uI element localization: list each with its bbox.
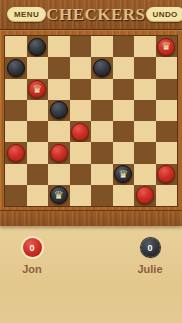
square-0-4[interactable]: [91, 36, 113, 57]
top-bar: MENU CHECKERS UNDO: [0, 0, 182, 30]
square-2-0[interactable]: [5, 79, 27, 100]
square-0-5[interactable]: [113, 36, 135, 57]
black-man-piece[interactable]: [50, 101, 68, 119]
red-man-piece[interactable]: [71, 123, 89, 141]
crown-icon: ♛: [118, 169, 128, 180]
square-1-2[interactable]: [48, 57, 70, 78]
square-1-0[interactable]: [5, 57, 27, 78]
square-3-7[interactable]: [156, 100, 178, 121]
square-1-3[interactable]: [70, 57, 92, 78]
player-red: 0 Jon: [12, 238, 52, 323]
square-7-3[interactable]: [70, 185, 92, 206]
red-king-piece[interactable]: ♛: [157, 38, 175, 56]
red-king-piece[interactable]: ♛: [28, 80, 46, 98]
square-0-7[interactable]: ♛: [156, 36, 178, 57]
square-6-6[interactable]: [134, 164, 156, 185]
square-6-2[interactable]: [48, 164, 70, 185]
black-player-name: Julie: [130, 263, 170, 275]
square-0-2[interactable]: [48, 36, 70, 57]
square-6-4[interactable]: [91, 164, 113, 185]
square-4-4[interactable]: [91, 121, 113, 142]
square-3-3[interactable]: [70, 100, 92, 121]
square-1-7[interactable]: [156, 57, 178, 78]
square-7-4[interactable]: [91, 185, 113, 206]
black-man-piece[interactable]: [28, 38, 46, 56]
red-player-name: Jon: [12, 263, 52, 275]
player-black: 0 Julie: [130, 238, 170, 323]
square-2-6[interactable]: [134, 79, 156, 100]
square-7-6[interactable]: [134, 185, 156, 206]
square-3-2[interactable]: [48, 100, 70, 121]
square-5-0[interactable]: [5, 142, 27, 163]
crown-icon: ♛: [32, 84, 42, 95]
square-7-5[interactable]: [113, 185, 135, 206]
black-king-piece[interactable]: ♛: [50, 186, 68, 204]
square-0-6[interactable]: [134, 36, 156, 57]
square-6-0[interactable]: [5, 164, 27, 185]
square-0-0[interactable]: [5, 36, 27, 57]
square-3-5[interactable]: [113, 100, 135, 121]
square-3-1[interactable]: [27, 100, 49, 121]
square-6-7[interactable]: [156, 164, 178, 185]
square-7-2[interactable]: ♛: [48, 185, 70, 206]
undo-button[interactable]: UNDO: [146, 7, 182, 22]
square-2-2[interactable]: [48, 79, 70, 100]
square-3-6[interactable]: [134, 100, 156, 121]
page-title: CHECKERS: [46, 5, 145, 25]
square-4-6[interactable]: [134, 121, 156, 142]
red-score: 0: [29, 243, 34, 253]
square-7-7[interactable]: [156, 185, 178, 206]
square-5-4[interactable]: [91, 142, 113, 163]
board-grid: ♛♛♛♛: [4, 35, 178, 207]
square-5-2[interactable]: [48, 142, 70, 163]
menu-button[interactable]: MENU: [7, 7, 46, 22]
square-5-7[interactable]: [156, 142, 178, 163]
square-4-0[interactable]: [5, 121, 27, 142]
red-man-piece[interactable]: [50, 144, 68, 162]
square-2-7[interactable]: [156, 79, 178, 100]
square-3-0[interactable]: [5, 100, 27, 121]
square-1-5[interactable]: [113, 57, 135, 78]
red-man-piece[interactable]: [136, 186, 154, 204]
square-7-0[interactable]: [5, 185, 27, 206]
square-2-4[interactable]: [91, 79, 113, 100]
square-4-3[interactable]: [70, 121, 92, 142]
square-2-3[interactable]: [70, 79, 92, 100]
black-king-piece[interactable]: ♛: [114, 165, 132, 183]
square-6-5[interactable]: ♛: [113, 164, 135, 185]
square-1-6[interactable]: [134, 57, 156, 78]
square-1-4[interactable]: [91, 57, 113, 78]
red-man-piece[interactable]: [7, 144, 25, 162]
square-1-1[interactable]: [27, 57, 49, 78]
square-5-1[interactable]: [27, 142, 49, 163]
crown-icon: ♛: [161, 41, 171, 52]
black-score-chip: 0: [141, 238, 160, 257]
square-0-1[interactable]: [27, 36, 49, 57]
crown-icon: ♛: [54, 190, 64, 201]
square-5-6[interactable]: [134, 142, 156, 163]
square-4-2[interactable]: [48, 121, 70, 142]
board-frame: ♛♛♛♛: [0, 30, 182, 210]
black-man-piece[interactable]: [7, 59, 25, 77]
square-4-5[interactable]: [113, 121, 135, 142]
square-7-1[interactable]: [27, 185, 49, 206]
square-3-4[interactable]: [91, 100, 113, 121]
square-4-7[interactable]: [156, 121, 178, 142]
square-6-1[interactable]: [27, 164, 49, 185]
square-2-1[interactable]: ♛: [27, 79, 49, 100]
square-6-3[interactable]: [70, 164, 92, 185]
black-man-piece[interactable]: [93, 59, 111, 77]
wood-apron: [0, 210, 182, 226]
black-score: 0: [147, 243, 152, 253]
square-4-1[interactable]: [27, 121, 49, 142]
square-5-3[interactable]: [70, 142, 92, 163]
square-2-5[interactable]: [113, 79, 135, 100]
red-man-piece[interactable]: [157, 165, 175, 183]
square-5-5[interactable]: [113, 142, 135, 163]
players-area: 0 Jon 0 Julie: [0, 226, 182, 323]
red-score-chip: 0: [23, 238, 42, 257]
square-0-3[interactable]: [70, 36, 92, 57]
